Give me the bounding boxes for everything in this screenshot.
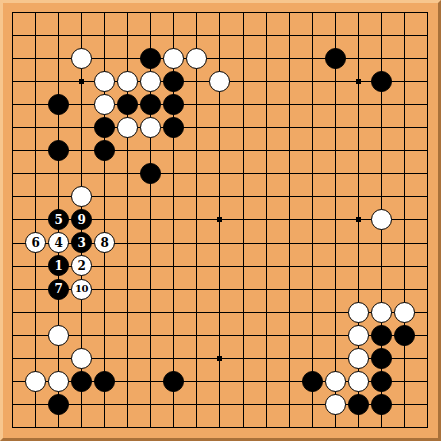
- move-number-label: 7: [54, 283, 62, 295]
- board-intersection: [70, 347, 93, 370]
- white-stone: [94, 71, 115, 92]
- black-stone: [48, 394, 69, 415]
- board-intersection: [93, 93, 116, 116]
- board-intersection: 6: [24, 231, 47, 254]
- board-intersection: 8: [93, 231, 116, 254]
- white-stone: [94, 94, 115, 115]
- board-intersection: [139, 47, 162, 70]
- board-intersection: [393, 301, 416, 324]
- black-stone: [394, 325, 415, 346]
- board-intersection: [162, 370, 185, 393]
- move-2-white-stone: 2: [71, 255, 92, 276]
- black-stone: [140, 48, 161, 69]
- board-intersection: [393, 324, 416, 347]
- black-stone: [163, 71, 184, 92]
- board-intersection: [93, 139, 116, 162]
- board-intersection: [347, 347, 370, 370]
- white-stone: [71, 186, 92, 207]
- board-intersection: [139, 116, 162, 139]
- white-stone: [140, 71, 161, 92]
- black-stone: [348, 394, 369, 415]
- board-intersection: 3: [70, 231, 93, 254]
- move-number-label: 2: [78, 259, 86, 271]
- board-intersection: [116, 93, 139, 116]
- move-number-label: 3: [78, 236, 86, 248]
- board-intersection: [208, 70, 231, 93]
- move-number-label: 4: [54, 236, 62, 248]
- white-stone: [348, 348, 369, 369]
- board-intersection: [93, 70, 116, 93]
- board-intersection: [24, 370, 47, 393]
- board-intersection: 10: [70, 278, 93, 301]
- stones-layer: 59643812710: [1, 1, 439, 439]
- black-stone: [140, 94, 161, 115]
- board-intersection: 5: [47, 208, 70, 231]
- board-intersection: [370, 370, 393, 393]
- white-stone: [348, 371, 369, 392]
- board-intersection: [347, 393, 370, 416]
- white-stone: [371, 302, 392, 323]
- white-stone: [209, 71, 230, 92]
- board-intersection: [70, 47, 93, 70]
- white-stone: [163, 48, 184, 69]
- move-3-black-stone: 3: [71, 232, 92, 253]
- white-stone: [48, 325, 69, 346]
- white-stone: [325, 394, 346, 415]
- board-intersection: 4: [47, 231, 70, 254]
- move-10-white-stone: 10: [71, 279, 92, 300]
- white-stone: [140, 117, 161, 138]
- black-stone: [140, 163, 161, 184]
- white-stone: [48, 371, 69, 392]
- board-intersection: [370, 70, 393, 93]
- board-intersection: [162, 93, 185, 116]
- black-stone: [371, 394, 392, 415]
- move-number-label: 10: [75, 284, 88, 294]
- black-stone: [371, 71, 392, 92]
- board-intersection: [162, 70, 185, 93]
- board-intersection: [93, 370, 116, 393]
- white-stone: [186, 48, 207, 69]
- board-intersection: 7: [47, 278, 70, 301]
- white-stone: [117, 117, 138, 138]
- board-intersection: [70, 185, 93, 208]
- black-stone: [94, 140, 115, 161]
- board-intersection: [93, 116, 116, 139]
- board-intersection: [370, 324, 393, 347]
- move-4-white-stone: 4: [48, 232, 69, 253]
- board-intersection: [185, 47, 208, 70]
- black-stone: [94, 371, 115, 392]
- black-stone: [371, 371, 392, 392]
- move-number-label: 6: [31, 236, 39, 248]
- board-intersection: [116, 70, 139, 93]
- white-stone: [71, 48, 92, 69]
- move-1-black-stone: 1: [48, 255, 69, 276]
- black-stone: [163, 94, 184, 115]
- black-stone: [371, 348, 392, 369]
- move-number-label: 1: [54, 259, 62, 271]
- black-stone: [371, 325, 392, 346]
- board-intersection: [370, 208, 393, 231]
- board-intersection: [324, 393, 347, 416]
- board-intersection: 9: [70, 208, 93, 231]
- board-intersection: [47, 139, 70, 162]
- board-intersection: [47, 370, 70, 393]
- board-intersection: [370, 393, 393, 416]
- board-intersection: [347, 324, 370, 347]
- board-intersection: [47, 324, 70, 347]
- white-stone: [348, 325, 369, 346]
- move-8-white-stone: 8: [94, 232, 115, 253]
- board-intersection: [347, 370, 370, 393]
- board-intersection: 1: [47, 254, 70, 277]
- move-9-black-stone: 9: [71, 209, 92, 230]
- white-stone: [117, 71, 138, 92]
- white-stone: [71, 348, 92, 369]
- board-intersection: [162, 116, 185, 139]
- white-stone: [325, 371, 346, 392]
- board-intersection: [139, 162, 162, 185]
- black-stone: [163, 117, 184, 138]
- white-stone: [371, 209, 392, 230]
- black-stone: [94, 117, 115, 138]
- move-number-label: 5: [54, 213, 62, 225]
- board-intersection: [370, 347, 393, 370]
- move-number-label: 9: [78, 213, 86, 225]
- board-intersection: 2: [70, 254, 93, 277]
- board-intersection: [324, 47, 347, 70]
- board-intersection: [301, 370, 324, 393]
- board-intersection: [116, 116, 139, 139]
- white-stone: [394, 302, 415, 323]
- white-stone: [348, 302, 369, 323]
- board-intersection: [47, 393, 70, 416]
- move-5-black-stone: 5: [48, 209, 69, 230]
- board-intersection: [139, 93, 162, 116]
- black-stone: [325, 48, 346, 69]
- black-stone: [163, 371, 184, 392]
- board-intersection: [70, 370, 93, 393]
- black-stone: [71, 371, 92, 392]
- black-stone: [48, 140, 69, 161]
- black-stone: [48, 94, 69, 115]
- board-intersection: [162, 47, 185, 70]
- board-intersection: [324, 370, 347, 393]
- white-stone: [25, 371, 46, 392]
- black-stone: [302, 371, 323, 392]
- board-intersection: [47, 93, 70, 116]
- go-board: 59643812710: [0, 0, 441, 441]
- board-intersection: [347, 301, 370, 324]
- move-7-black-stone: 7: [48, 279, 69, 300]
- move-number-label: 8: [101, 236, 109, 248]
- move-6-white-stone: 6: [25, 232, 46, 253]
- board-intersection: [139, 70, 162, 93]
- board-intersection: [370, 301, 393, 324]
- black-stone: [117, 94, 138, 115]
